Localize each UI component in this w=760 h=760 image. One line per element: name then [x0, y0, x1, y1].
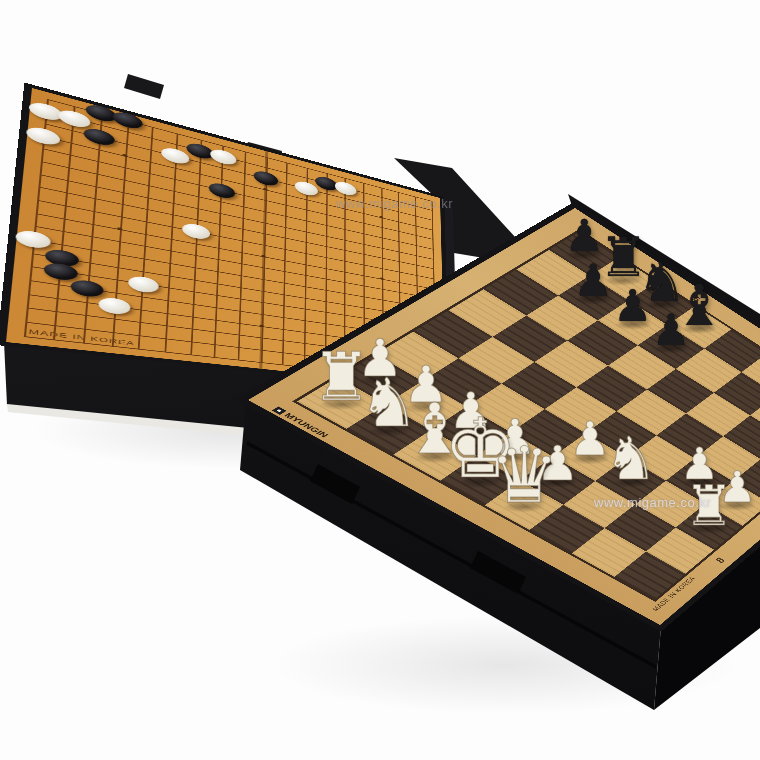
go-stone-white [334, 179, 356, 196]
go-stone-white [98, 296, 131, 316]
chess-coordinate-label: 8 [713, 556, 727, 565]
chess-coordinate-label: 6 [690, 295, 702, 303]
product-photo: MADE IN KOREA MYUNGIN MADE IN KOREA 468 … [0, 0, 760, 760]
go-stone-black [253, 169, 278, 188]
go-grid-line [40, 174, 433, 259]
go-grid-line [324, 173, 327, 369]
go-grid-line [37, 200, 433, 279]
watermark: www.migame.co.kr [594, 495, 711, 510]
go-stone-white [127, 274, 158, 293]
go-stone-white [182, 222, 210, 241]
go-stone-black [71, 279, 105, 299]
chess-coordinate-label: 4 [616, 247, 629, 255]
go-stone-white [15, 229, 51, 250]
brand-icon [272, 406, 287, 414]
go-stone-black [208, 181, 235, 200]
watermark: www.migame.co.kr [336, 196, 453, 211]
